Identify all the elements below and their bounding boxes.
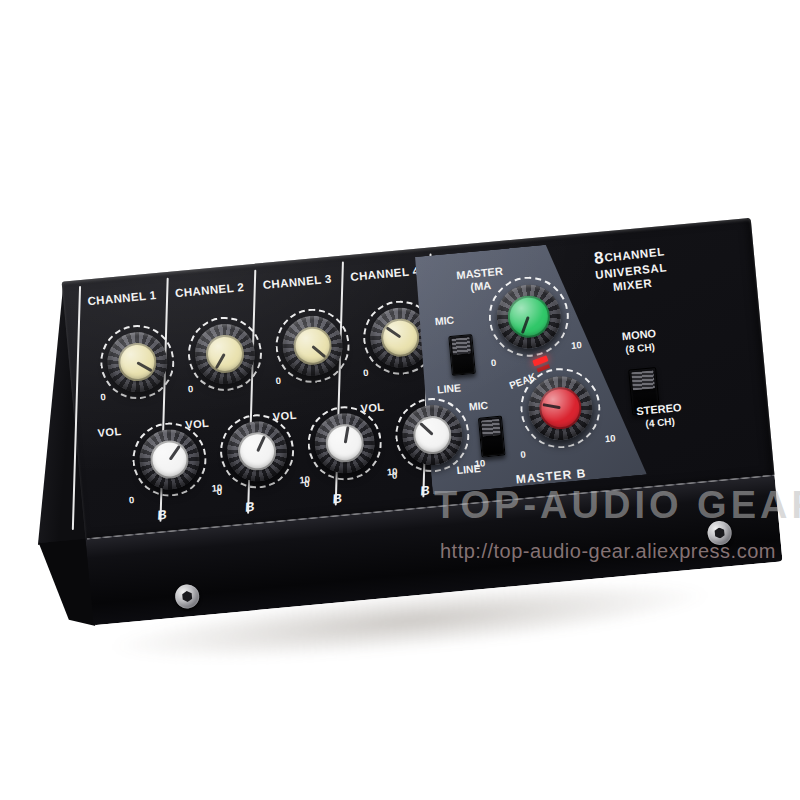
hex-socket <box>714 527 726 539</box>
knob-cap <box>324 423 365 464</box>
scale-min: 0 <box>490 357 496 368</box>
watermark-url: http://top-audio-gear.aliexpress.com <box>440 540 776 563</box>
knob-pointer <box>343 426 349 443</box>
master-b-knob: 0 10 <box>517 365 604 452</box>
master-a-mic-line-switch <box>448 334 476 376</box>
master-a-mic-label: MIC <box>434 314 454 328</box>
scale-min: 0 <box>520 449 526 460</box>
knob-pointer <box>215 353 226 369</box>
knob-cap <box>236 431 277 472</box>
knob-pointer <box>419 423 433 437</box>
knob-cap <box>149 439 190 480</box>
channel-2-bus-label: B <box>245 499 255 515</box>
switch-thumb <box>631 370 655 390</box>
knob-pointer <box>312 345 327 358</box>
knob-cap <box>538 385 584 431</box>
knob-pointer <box>256 436 266 452</box>
watermark-brand: TOP-AUDIO GEAR <box>434 484 800 527</box>
scale-min: 0 <box>216 486 222 497</box>
knob-cap <box>506 294 552 340</box>
mono-label: MONO (8 CH) <box>597 325 683 359</box>
knob-pointer <box>137 361 153 372</box>
product-title: 8CHANNEL UNIVERSAL MIXER <box>559 238 703 301</box>
channel-4-bus-label: B <box>420 483 430 499</box>
scale-min: 0 <box>391 470 397 481</box>
knob-pointer <box>521 316 530 334</box>
master-a-line-label: LINE <box>437 381 462 395</box>
channel-3-bus-label: B <box>332 491 342 507</box>
scale-min: 0 <box>100 391 106 402</box>
stereo-label: STEREO (4 CH) <box>613 399 707 434</box>
scale-max: 10 <box>604 432 616 444</box>
product-title-word: CHANNEL <box>604 245 665 264</box>
channel-1-vol-label: VOL <box>97 425 122 439</box>
knob-cap <box>292 325 333 366</box>
channel-1-top-knob: 0 <box>97 322 178 403</box>
scale-max: 10 <box>571 339 583 351</box>
scale-min: 0 <box>275 375 281 386</box>
knob-cap <box>412 414 453 455</box>
knob-pointer <box>168 445 180 460</box>
scale-min: 0 <box>188 383 194 394</box>
channel-3-top-knob: 0 <box>272 306 353 387</box>
channel-3-label: CHANNEL 3 <box>262 273 332 291</box>
knob-cap <box>117 341 158 382</box>
scale-min: 0 <box>363 367 369 378</box>
channel-4-bottom-knob: 0 10 <box>392 395 473 476</box>
channel-4-label: CHANNEL 4 <box>350 265 420 283</box>
master-a-knob: 0 10 <box>485 273 572 360</box>
hex-socket <box>181 590 193 602</box>
peak-led <box>532 355 548 366</box>
master-b-mic-label: MIC <box>468 399 488 413</box>
channel-2-bottom-knob: 0 10 <box>217 411 298 492</box>
knob-cap <box>380 317 421 358</box>
scale-min: 0 <box>304 478 310 489</box>
knob-pointer <box>386 327 401 339</box>
channel-3-bottom-knob: 0 10 <box>304 403 385 484</box>
switch-thumb <box>452 337 471 355</box>
scale-max: 10 <box>474 457 486 469</box>
channel-1-label: CHANNEL 1 <box>87 289 157 307</box>
screw-left <box>174 583 200 609</box>
channel-1-bus-label: B <box>157 507 167 523</box>
scale-min: 0 <box>129 494 135 505</box>
knob-pointer <box>542 404 561 410</box>
mixer-unit: CHANNEL 1 0 VOL 0 10 B CHANNEL 2 <box>62 218 783 624</box>
channel-1-bottom-knob: 0 10 <box>129 419 210 500</box>
channel-2-top-knob: 0 <box>185 314 266 395</box>
channel-2-label: CHANNEL 2 <box>175 281 245 299</box>
switch-thumb <box>481 419 500 437</box>
knob-cap <box>204 333 245 374</box>
master-b-mic-line-switch <box>478 416 506 458</box>
product-photo-scene: CHANNEL 1 0 VOL 0 10 B CHANNEL 2 <box>0 0 800 800</box>
